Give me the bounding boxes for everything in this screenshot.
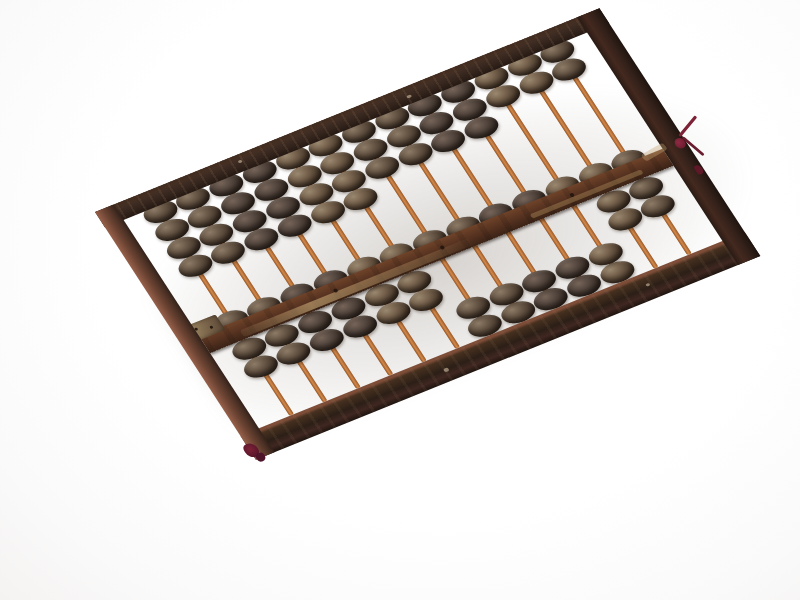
photo-background: [0, 0, 800, 600]
